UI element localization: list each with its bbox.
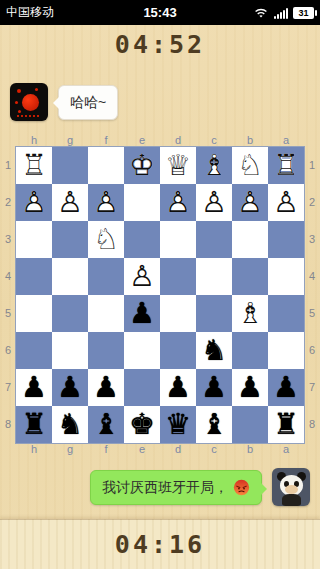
square-b5[interactable]: ♝♗: [232, 295, 268, 332]
square-f7[interactable]: ♟: [88, 369, 124, 406]
file-label-d: d: [160, 134, 196, 147]
carrier-label: 中国移动: [6, 4, 54, 21]
square-d4[interactable]: [160, 258, 196, 295]
black-piece-b: ♝: [196, 406, 232, 443]
rank-label-2: 2: [304, 184, 320, 221]
black-piece-n: ♞: [52, 406, 88, 443]
square-b8[interactable]: [232, 406, 268, 443]
board-area: hgfedcba 12345678 ♜♖♚♔♛♕♝♗♞♘♜♖♟♙♟♙♟♙♟♙♟♙…: [0, 134, 320, 456]
white-piece-r: ♜♖: [268, 147, 304, 184]
file-label-d: d: [160, 443, 196, 456]
wifi-icon: [253, 7, 269, 19]
square-h4[interactable]: [16, 258, 52, 295]
white-piece-n: ♞♘: [232, 147, 268, 184]
file-label-c: c: [196, 443, 232, 456]
white-piece-p: ♟♙: [268, 184, 304, 221]
chess-app-screen: { "status_bar": { "carrier": "中国移动", "ti…: [0, 0, 320, 569]
rank-labels-left: 12345678: [0, 147, 16, 443]
rank-label-2: 2: [0, 184, 16, 221]
file-label-b: b: [232, 134, 268, 147]
square-h7[interactable]: ♟: [16, 369, 52, 406]
square-d7[interactable]: ♟: [160, 369, 196, 406]
square-a4[interactable]: [268, 258, 304, 295]
black-piece-p: ♟: [16, 369, 52, 406]
square-a7[interactable]: ♟: [268, 369, 304, 406]
white-piece-p: ♟♙: [88, 184, 124, 221]
square-b7[interactable]: ♟: [232, 369, 268, 406]
black-piece-q: ♛: [160, 406, 196, 443]
square-e7[interactable]: [124, 369, 160, 406]
square-a2[interactable]: ♟♙: [268, 184, 304, 221]
square-f4[interactable]: [88, 258, 124, 295]
black-piece-p: ♟: [88, 369, 124, 406]
player-avatar[interactable]: [272, 468, 310, 506]
opponent-chat-row: 哈哈~: [10, 83, 320, 121]
file-label-b: b: [232, 443, 268, 456]
opponent-timer-area: 04:52: [0, 25, 320, 63]
black-piece-p: ♟: [52, 369, 88, 406]
square-e8[interactable]: ♚: [124, 406, 160, 443]
rank-label-3: 3: [304, 221, 320, 258]
square-b4[interactable]: [232, 258, 268, 295]
status-bar: 中国移动 15:43 31: [0, 0, 320, 25]
white-piece-p: ♟♙: [196, 184, 232, 221]
white-piece-p: ♟♙: [232, 184, 268, 221]
opponent-avatar[interactable]: [10, 83, 48, 121]
file-labels-bottom: hgfedcba: [16, 443, 304, 456]
square-h1[interactable]: ♜♖: [16, 147, 52, 184]
chess-board: ♜♖♚♔♛♕♝♗♞♘♜♖♟♙♟♙♟♙♟♙♟♙♟♙♟♙♞♘♟♙♟♝♗♞♟♟♟♟♟♟…: [16, 147, 304, 443]
square-e2[interactable]: [124, 184, 160, 221]
rank-label-8: 8: [0, 406, 16, 443]
black-piece-p: ♟: [124, 295, 160, 332]
square-a6[interactable]: [268, 332, 304, 369]
black-piece-n: ♞: [196, 332, 232, 369]
black-piece-p: ♟: [160, 369, 196, 406]
black-piece-r: ♜: [16, 406, 52, 443]
square-h6[interactable]: [16, 332, 52, 369]
square-b1[interactable]: ♞♘: [232, 147, 268, 184]
player-message-text: 我讨厌西班牙开局，: [102, 479, 228, 496]
file-label-a: a: [268, 134, 304, 147]
file-label-a: a: [268, 443, 304, 456]
rank-label-4: 4: [0, 258, 16, 295]
black-piece-p: ♟: [268, 369, 304, 406]
square-a1[interactable]: ♜♖: [268, 147, 304, 184]
avatar-decoration: [17, 89, 21, 93]
square-c6[interactable]: ♞: [196, 332, 232, 369]
white-piece-p: ♟♙: [52, 184, 88, 221]
square-a5[interactable]: [268, 295, 304, 332]
square-f2[interactable]: ♟♙: [88, 184, 124, 221]
square-d3[interactable]: [160, 221, 196, 258]
battery-percent: 31: [298, 8, 308, 18]
square-h5[interactable]: [16, 295, 52, 332]
black-piece-b: ♝: [88, 406, 124, 443]
square-d6[interactable]: [160, 332, 196, 369]
white-piece-p: ♟♙: [124, 258, 160, 295]
square-b6[interactable]: [232, 332, 268, 369]
square-c3[interactable]: [196, 221, 232, 258]
square-c5[interactable]: [196, 295, 232, 332]
square-g4[interactable]: [52, 258, 88, 295]
file-labels-top: hgfedcba: [16, 134, 304, 147]
white-piece-b: ♝♗: [232, 295, 268, 332]
square-h3[interactable]: [16, 221, 52, 258]
white-piece-n: ♞♘: [88, 221, 124, 258]
square-g2[interactable]: ♟♙: [52, 184, 88, 221]
file-label-g: g: [52, 443, 88, 456]
square-g1[interactable]: [52, 147, 88, 184]
black-piece-r: ♜: [268, 406, 304, 443]
rank-label-6: 6: [0, 332, 16, 369]
square-e1[interactable]: ♚♔: [124, 147, 160, 184]
player-timer-area: 04:16: [0, 519, 320, 569]
angry-face-emoji-icon: [233, 479, 250, 496]
square-e4[interactable]: ♟♙: [124, 258, 160, 295]
square-c1[interactable]: ♝♗: [196, 147, 232, 184]
file-label-h: h: [16, 443, 52, 456]
square-a3[interactable]: [268, 221, 304, 258]
white-piece-k: ♚♔: [124, 147, 160, 184]
square-c7[interactable]: ♟: [196, 369, 232, 406]
file-label-e: e: [124, 443, 160, 456]
square-g8[interactable]: ♞: [52, 406, 88, 443]
white-piece-b: ♝♗: [196, 147, 232, 184]
square-f8[interactable]: ♝: [88, 406, 124, 443]
rank-label-1: 1: [304, 147, 320, 184]
square-a8[interactable]: ♜: [268, 406, 304, 443]
square-g3[interactable]: [52, 221, 88, 258]
square-e6[interactable]: [124, 332, 160, 369]
status-icons: 31: [253, 7, 314, 19]
opponent-message-text: 哈哈~: [70, 94, 106, 110]
square-g6[interactable]: [52, 332, 88, 369]
white-piece-q: ♛♕: [160, 147, 196, 184]
rank-label-4: 4: [304, 258, 320, 295]
signal-strength-icon: [274, 7, 288, 19]
battery-icon: 31: [293, 7, 314, 19]
square-c4[interactable]: [196, 258, 232, 295]
square-h2[interactable]: ♟♙: [16, 184, 52, 221]
square-d8[interactable]: ♛: [160, 406, 196, 443]
rank-label-7: 7: [0, 369, 16, 406]
rank-label-3: 3: [0, 221, 16, 258]
white-piece-r: ♜♖: [16, 147, 52, 184]
file-label-e: e: [124, 134, 160, 147]
black-piece-k: ♚: [124, 406, 160, 443]
square-f5[interactable]: [88, 295, 124, 332]
rank-label-5: 5: [304, 295, 320, 332]
file-label-c: c: [196, 134, 232, 147]
white-piece-p: ♟♙: [16, 184, 52, 221]
square-b3[interactable]: [232, 221, 268, 258]
file-label-h: h: [16, 134, 52, 147]
black-piece-p: ♟: [196, 369, 232, 406]
square-d2[interactable]: ♟♙: [160, 184, 196, 221]
player-chat-row: 我讨厌西班牙开局，: [0, 468, 310, 506]
file-label-f: f: [88, 134, 124, 147]
square-f6[interactable]: [88, 332, 124, 369]
file-label-g: g: [52, 134, 88, 147]
opponent-clock: 04:52: [115, 30, 205, 59]
rank-label-6: 6: [304, 332, 320, 369]
square-g7[interactable]: ♟: [52, 369, 88, 406]
player-chat-bubble[interactable]: 我讨厌西班牙开局，: [90, 470, 262, 505]
player-clock: 04:16: [115, 530, 205, 559]
square-f3[interactable]: ♞♘: [88, 221, 124, 258]
square-g5[interactable]: [52, 295, 88, 332]
square-e3[interactable]: [124, 221, 160, 258]
rank-labels-right: 12345678: [304, 147, 320, 443]
square-c8[interactable]: ♝: [196, 406, 232, 443]
square-h8[interactable]: ♜: [16, 406, 52, 443]
rank-label-1: 1: [0, 147, 16, 184]
square-e5[interactable]: ♟: [124, 295, 160, 332]
file-label-f: f: [88, 443, 124, 456]
square-c2[interactable]: ♟♙: [196, 184, 232, 221]
square-b2[interactable]: ♟♙: [232, 184, 268, 221]
square-d5[interactable]: [160, 295, 196, 332]
black-piece-p: ♟: [232, 369, 268, 406]
square-f1[interactable]: [88, 147, 124, 184]
rank-label-7: 7: [304, 369, 320, 406]
opponent-chat-bubble[interactable]: 哈哈~: [58, 85, 118, 120]
rank-label-8: 8: [304, 406, 320, 443]
rank-label-5: 5: [0, 295, 16, 332]
white-piece-p: ♟♙: [160, 184, 196, 221]
square-d1[interactable]: ♛♕: [160, 147, 196, 184]
